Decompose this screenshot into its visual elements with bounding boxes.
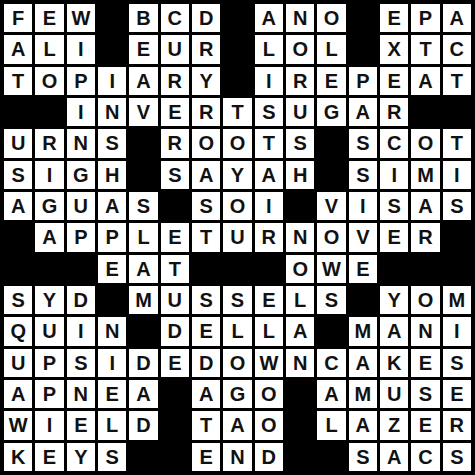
letter-cell[interactable]: N <box>286 223 314 251</box>
letter-cell[interactable]: I <box>255 67 283 95</box>
letter-cell[interactable]: A <box>129 380 157 408</box>
letter-cell[interactable]: Y <box>67 443 95 471</box>
letter-cell[interactable]: N <box>98 98 126 126</box>
letter-cell[interactable]: E <box>98 380 126 408</box>
letter-cell[interactable]: G <box>35 192 63 220</box>
letter-cell[interactable]: A <box>98 192 126 220</box>
black-cell <box>286 411 314 439</box>
letter-cell[interactable]: L <box>317 411 345 439</box>
letter-cell[interactable]: T <box>443 129 471 157</box>
letter-cell[interactable]: P <box>67 67 95 95</box>
letter-cell[interactable]: N <box>67 380 95 408</box>
letter-cell[interactable]: O <box>286 255 314 283</box>
letter-cell[interactable]: E <box>317 67 345 95</box>
letter-cell[interactable]: L <box>35 35 63 63</box>
letter-cell[interactable]: P <box>349 67 377 95</box>
black-cell <box>129 129 157 157</box>
letter-cell[interactable]: S <box>192 286 220 314</box>
letter-cell[interactable]: I <box>35 411 63 439</box>
letter-cell[interactable]: A <box>4 192 32 220</box>
letter-cell[interactable]: R <box>411 223 439 251</box>
letter-cell[interactable]: E <box>67 411 95 439</box>
letter-cell[interactable]: E <box>411 411 439 439</box>
letter-cell[interactable]: I <box>67 35 95 63</box>
letter-cell[interactable]: C <box>443 35 471 63</box>
black-cell <box>411 98 439 126</box>
letter-cell[interactable]: T <box>223 98 251 126</box>
black-cell <box>223 255 251 283</box>
letter-cell[interactable]: R <box>161 67 189 95</box>
letter-cell[interactable]: A <box>380 443 408 471</box>
black-cell <box>4 255 32 283</box>
letter-cell[interactable]: S <box>67 349 95 377</box>
black-cell <box>98 4 126 32</box>
letter-cell[interactable]: C <box>380 129 408 157</box>
black-cell <box>317 317 345 345</box>
letter-cell[interactable]: V <box>317 192 345 220</box>
black-cell <box>35 255 63 283</box>
letter-cell[interactable]: I <box>67 98 95 126</box>
letter-cell[interactable]: P <box>411 4 439 32</box>
letter-cell[interactable]: Z <box>380 411 408 439</box>
letter-cell[interactable]: R <box>35 129 63 157</box>
letter-cell[interactable]: W <box>67 4 95 32</box>
black-cell <box>161 380 189 408</box>
letter-cell[interactable]: L <box>223 317 251 345</box>
letter-cell[interactable]: D <box>129 349 157 377</box>
letter-cell[interactable]: O <box>255 380 283 408</box>
letter-cell[interactable]: E <box>161 223 189 251</box>
letter-cell[interactable]: L <box>317 35 345 63</box>
letter-cell[interactable]: P <box>35 349 63 377</box>
letter-cell[interactable]: S <box>317 286 345 314</box>
letter-cell[interactable]: C <box>411 443 439 471</box>
letter-cell[interactable]: A <box>223 411 251 439</box>
letter-cell[interactable]: R <box>443 411 471 439</box>
letter-cell[interactable]: O <box>223 129 251 157</box>
letter-cell[interactable]: T <box>192 223 220 251</box>
letter-cell[interactable]: S <box>443 192 471 220</box>
letter-cell[interactable]: D <box>192 349 220 377</box>
black-cell <box>4 98 32 126</box>
letter-cell[interactable]: A <box>129 255 157 283</box>
letter-cell[interactable]: A <box>380 317 408 345</box>
letter-cell[interactable]: Y <box>192 67 220 95</box>
letter-cell[interactable]: O <box>255 411 283 439</box>
black-cell <box>223 67 251 95</box>
letter-cell[interactable]: T <box>411 35 439 63</box>
letter-cell[interactable]: M <box>349 317 377 345</box>
black-cell <box>443 223 471 251</box>
letter-cell[interactable]: E <box>129 35 157 63</box>
letter-cell[interactable]: O <box>223 349 251 377</box>
letter-cell[interactable]: U <box>161 286 189 314</box>
black-cell <box>67 255 95 283</box>
letter-cell[interactable]: S <box>192 192 220 220</box>
letter-cell[interactable]: W <box>4 411 32 439</box>
letter-cell[interactable]: N <box>223 443 251 471</box>
letter-cell[interactable]: T <box>443 67 471 95</box>
letter-cell[interactable]: W <box>255 349 283 377</box>
letter-cell[interactable]: G <box>223 380 251 408</box>
letter-cell[interactable]: A <box>349 349 377 377</box>
letter-cell[interactable]: U <box>4 129 32 157</box>
letter-cell[interactable]: I <box>380 161 408 189</box>
letter-cell[interactable]: E <box>380 67 408 95</box>
letter-cell[interactable]: I <box>98 67 126 95</box>
letter-cell[interactable]: Y <box>380 286 408 314</box>
letter-cell[interactable]: U <box>35 317 63 345</box>
letter-cell[interactable]: E <box>35 4 63 32</box>
letter-cell[interactable]: Y <box>223 161 251 189</box>
letter-cell[interactable]: S <box>98 443 126 471</box>
black-cell <box>192 255 220 283</box>
letter-cell[interactable]: D <box>67 286 95 314</box>
letter-cell[interactable]: S <box>255 98 283 126</box>
black-cell <box>443 255 471 283</box>
black-cell <box>98 35 126 63</box>
letter-cell[interactable]: D <box>255 443 283 471</box>
crossword-grid: FEWBCDANOEPAALIEURLOLXTCTOPIARYIREPEATIN… <box>0 0 475 475</box>
letter-cell[interactable]: A <box>192 161 220 189</box>
black-cell <box>129 161 157 189</box>
letter-cell[interactable]: D <box>161 317 189 345</box>
letter-cell[interactable]: L <box>286 286 314 314</box>
letter-cell[interactable]: N <box>286 349 314 377</box>
letter-cell[interactable]: A <box>317 380 345 408</box>
letter-cell[interactable]: V <box>349 223 377 251</box>
black-cell <box>161 443 189 471</box>
letter-cell[interactable]: E <box>161 98 189 126</box>
letter-cell[interactable]: W <box>317 255 345 283</box>
letter-cell[interactable]: S <box>443 349 471 377</box>
letter-cell[interactable]: H <box>98 161 126 189</box>
letter-cell[interactable]: E <box>380 4 408 32</box>
letter-cell[interactable]: G <box>67 161 95 189</box>
letter-cell[interactable]: A <box>255 4 283 32</box>
black-cell <box>443 98 471 126</box>
letter-cell[interactable]: I <box>443 161 471 189</box>
black-cell <box>35 98 63 126</box>
black-cell <box>255 255 283 283</box>
letter-cell[interactable]: D <box>192 4 220 32</box>
letter-cell[interactable]: X <box>380 35 408 63</box>
letter-cell[interactable]: S <box>443 443 471 471</box>
letter-cell[interactable]: N <box>98 317 126 345</box>
letter-cell[interactable]: S <box>349 129 377 157</box>
letter-cell[interactable]: A <box>443 4 471 32</box>
black-cell <box>349 4 377 32</box>
letter-cell[interactable]: U <box>4 349 32 377</box>
letter-cell[interactable]: R <box>380 98 408 126</box>
black-cell <box>4 223 32 251</box>
black-cell <box>129 443 157 471</box>
letter-cell[interactable]: M <box>129 286 157 314</box>
black-cell <box>161 411 189 439</box>
letter-cell[interactable]: I <box>443 317 471 345</box>
letter-cell[interactable]: U <box>380 380 408 408</box>
letter-cell[interactable]: P <box>98 223 126 251</box>
black-cell <box>223 4 251 32</box>
letter-cell[interactable]: Y <box>35 286 63 314</box>
black-cell <box>317 443 345 471</box>
letter-cell[interactable]: R <box>192 35 220 63</box>
letter-cell[interactable]: N <box>286 4 314 32</box>
letter-cell[interactable]: A <box>411 192 439 220</box>
letter-cell[interactable]: T <box>161 255 189 283</box>
letter-cell[interactable]: G <box>317 98 345 126</box>
letter-cell[interactable]: F <box>4 4 32 32</box>
letter-cell[interactable]: A <box>35 223 63 251</box>
letter-cell[interactable]: O <box>35 67 63 95</box>
letter-cell[interactable]: R <box>161 129 189 157</box>
letter-cell[interactable]: T <box>192 411 220 439</box>
letter-cell[interactable]: R <box>286 67 314 95</box>
letter-cell[interactable]: E <box>161 349 189 377</box>
letter-cell[interactable]: U <box>67 192 95 220</box>
letter-cell[interactable]: B <box>129 4 157 32</box>
letter-cell[interactable]: S <box>223 286 251 314</box>
letter-cell[interactable]: T <box>4 67 32 95</box>
letter-cell[interactable]: E <box>349 255 377 283</box>
letter-cell[interactable]: O <box>317 223 345 251</box>
letter-cell[interactable]: A <box>129 67 157 95</box>
letter-cell[interactable]: S <box>411 380 439 408</box>
letter-cell[interactable]: A <box>192 380 220 408</box>
letter-cell[interactable]: R <box>192 98 220 126</box>
letter-cell[interactable]: V <box>129 98 157 126</box>
letter-cell[interactable]: R <box>255 223 283 251</box>
letter-cell[interactable]: E <box>98 255 126 283</box>
letter-cell[interactable]: L <box>98 411 126 439</box>
black-cell <box>349 286 377 314</box>
black-cell <box>286 192 314 220</box>
black-cell <box>380 255 408 283</box>
black-cell <box>223 35 251 63</box>
black-cell <box>286 380 314 408</box>
letter-cell[interactable]: O <box>411 286 439 314</box>
letter-cell[interactable]: L <box>255 35 283 63</box>
letter-cell[interactable]: I <box>255 192 283 220</box>
letter-cell[interactable]: I <box>35 161 63 189</box>
black-cell <box>317 129 345 157</box>
letter-cell[interactable]: S <box>349 443 377 471</box>
letter-cell[interactable]: E <box>380 223 408 251</box>
letter-cell[interactable]: L <box>129 223 157 251</box>
black-cell <box>349 35 377 63</box>
black-cell <box>286 443 314 471</box>
letter-cell[interactable]: A <box>4 35 32 63</box>
letter-cell[interactable]: U <box>161 35 189 63</box>
letter-cell[interactable]: L <box>255 317 283 345</box>
letter-cell[interactable]: S <box>98 129 126 157</box>
letter-cell[interactable]: S <box>349 161 377 189</box>
letter-cell[interactable]: E <box>192 443 220 471</box>
letter-cell[interactable]: M <box>443 286 471 314</box>
letter-cell[interactable]: U <box>223 223 251 251</box>
letter-cell[interactable]: E <box>255 286 283 314</box>
letter-cell[interactable]: O <box>192 129 220 157</box>
letter-cell[interactable]: S <box>129 192 157 220</box>
letter-cell[interactable]: A <box>349 411 377 439</box>
black-cell <box>98 286 126 314</box>
letter-cell[interactable]: S <box>380 192 408 220</box>
letter-cell[interactable]: C <box>161 4 189 32</box>
letter-cell[interactable]: A <box>4 380 32 408</box>
letter-cell[interactable]: E <box>411 349 439 377</box>
letter-cell[interactable]: H <box>286 161 314 189</box>
letter-cell[interactable]: A <box>349 98 377 126</box>
letter-cell[interactable]: A <box>255 161 283 189</box>
letter-cell[interactable]: N <box>67 129 95 157</box>
letter-cell[interactable]: I <box>98 349 126 377</box>
black-cell <box>317 161 345 189</box>
letter-cell[interactable]: S <box>161 161 189 189</box>
letter-cell[interactable]: S <box>4 161 32 189</box>
letter-cell[interactable]: N <box>411 317 439 345</box>
letter-cell[interactable]: Q <box>4 317 32 345</box>
letter-cell[interactable]: O <box>286 35 314 63</box>
letter-cell[interactable]: P <box>67 223 95 251</box>
letter-cell[interactable]: S <box>286 129 314 157</box>
letter-cell[interactable]: I <box>67 317 95 345</box>
letter-cell[interactable]: D <box>129 411 157 439</box>
letter-cell[interactable]: A <box>286 317 314 345</box>
letter-cell[interactable]: C <box>317 349 345 377</box>
letter-cell[interactable]: O <box>411 129 439 157</box>
letter-cell[interactable]: O <box>317 4 345 32</box>
letter-cell[interactable]: M <box>411 161 439 189</box>
letter-cell[interactable]: E <box>35 443 63 471</box>
black-cell <box>129 317 157 345</box>
black-cell <box>411 255 439 283</box>
letter-cell[interactable]: U <box>286 98 314 126</box>
letter-cell[interactable]: E <box>443 380 471 408</box>
black-cell <box>161 192 189 220</box>
letter-cell[interactable]: I <box>349 192 377 220</box>
letter-cell[interactable]: P <box>35 380 63 408</box>
letter-cell[interactable]: K <box>4 443 32 471</box>
letter-cell[interactable]: M <box>349 380 377 408</box>
letter-cell[interactable]: K <box>380 349 408 377</box>
letter-cell[interactable]: S <box>4 286 32 314</box>
letter-cell[interactable]: A <box>411 67 439 95</box>
letter-cell[interactable]: T <box>255 129 283 157</box>
letter-cell[interactable]: E <box>192 317 220 345</box>
letter-cell[interactable]: O <box>223 192 251 220</box>
